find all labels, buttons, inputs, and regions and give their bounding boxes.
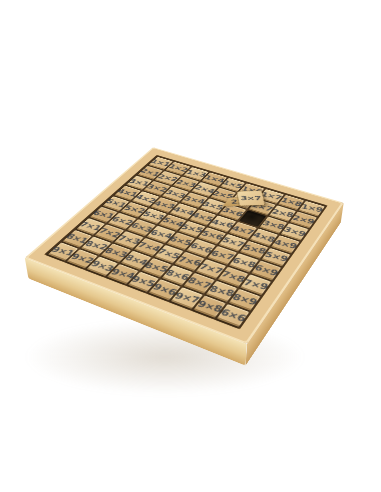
cube-label: 2×9: [291, 214, 315, 226]
cube-label: 6×7: [209, 249, 235, 262]
cube-label: 5×5: [180, 223, 205, 235]
cube-label: 6×6: [218, 306, 247, 323]
cube-label: 7×1: [78, 220, 103, 232]
board-frame: 21 3×7 1×11×21×31×41×51×61×71×81×92×12×2…: [25, 147, 344, 344]
cube-label: 7×4: [136, 240, 162, 253]
cube-label: 4×9: [273, 238, 298, 250]
cube-label: 7×7: [198, 262, 225, 276]
cube-label: 7×9: [242, 278, 269, 292]
multiplication-board: 21 3×7 1×11×21×31×41×51×61×71×81×92×12×2…: [25, 147, 344, 344]
product-photo-stage: 21 3×7 1×11×21×31×41×51×61×71×81×92×12×2…: [0, 0, 381, 492]
cube-label: 5×8: [241, 243, 266, 256]
cube-label: 1×9: [300, 203, 323, 214]
cube-label: 2×8: [270, 208, 294, 219]
cube-label: 1×6: [240, 185, 263, 195]
cube-label: 9×4: [109, 267, 136, 281]
cube-label: 6×5: [168, 235, 194, 248]
cube-label: 7×5: [156, 247, 183, 261]
cube-label: 8×9: [230, 292, 258, 307]
